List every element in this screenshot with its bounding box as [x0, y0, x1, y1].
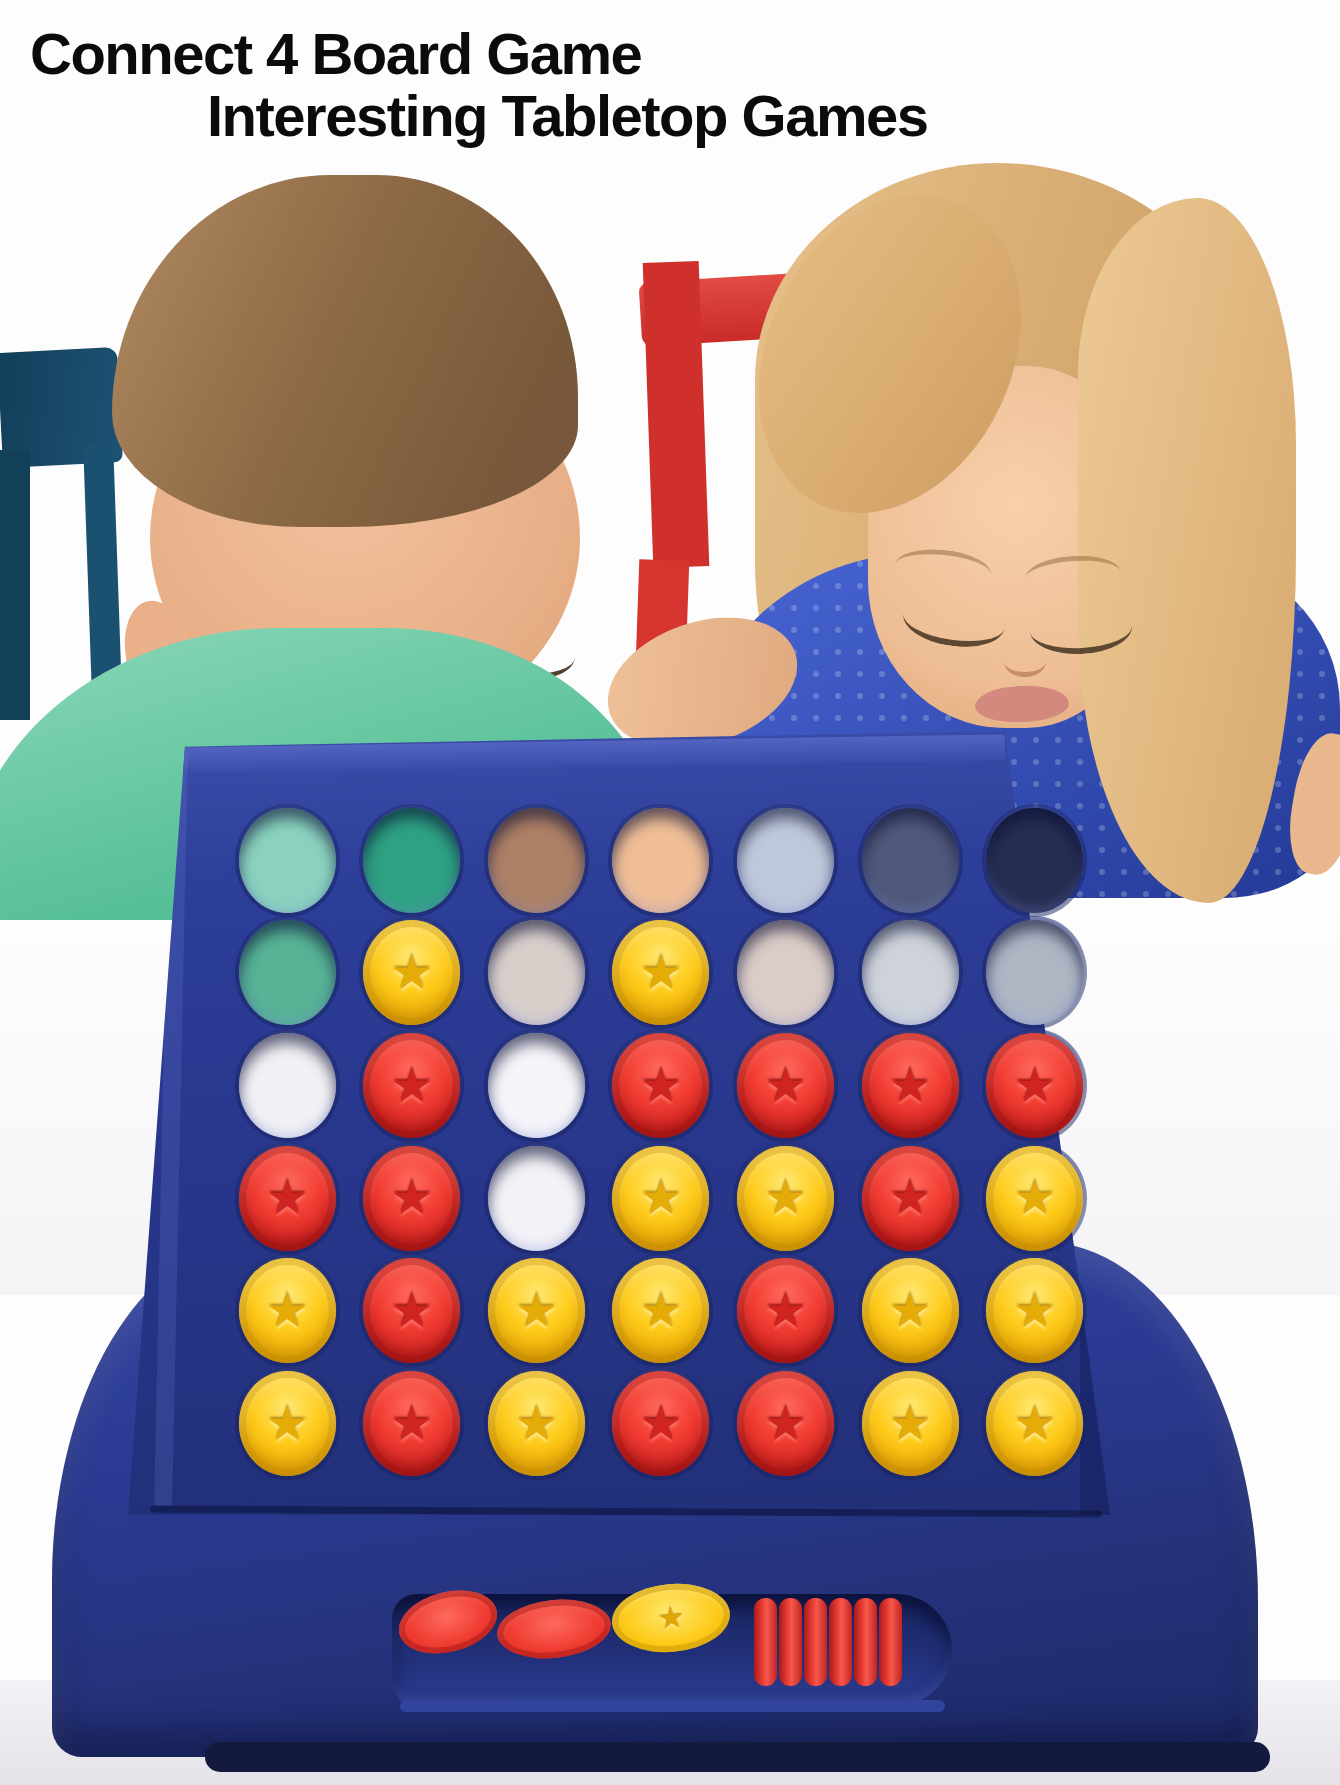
- hole: [239, 808, 336, 913]
- hole: [488, 1146, 585, 1251]
- girl-hair-front: [1078, 198, 1296, 903]
- yellow-piece: ★: [239, 1258, 336, 1363]
- cell-r2c1[interactable]: [225, 917, 350, 1030]
- star-emboss: ★: [1013, 1400, 1056, 1448]
- hole: ★: [986, 1371, 1083, 1476]
- cell-r3c2[interactable]: ★: [350, 1029, 475, 1142]
- red-piece: ★: [612, 1033, 709, 1138]
- cell-r6c7[interactable]: ★: [972, 1367, 1097, 1480]
- cell-r6c1[interactable]: ★: [225, 1367, 350, 1480]
- hole: ★: [363, 1033, 460, 1138]
- hole: ★: [862, 1258, 959, 1363]
- red-piece: ★: [363, 1258, 460, 1363]
- hole: ★: [363, 1146, 460, 1251]
- boy-hair: [112, 175, 578, 527]
- tray-red-disc-stack[interactable]: [754, 1598, 910, 1686]
- cell-r3c4[interactable]: ★: [599, 1029, 724, 1142]
- star-emboss: ★: [764, 1174, 807, 1222]
- girl-nose: [1004, 646, 1046, 677]
- hole: [862, 808, 959, 913]
- cell-r6c2[interactable]: ★: [350, 1367, 475, 1480]
- yellow-piece: ★: [488, 1371, 585, 1476]
- hole: [363, 808, 460, 913]
- star-emboss: ★: [266, 1287, 309, 1335]
- red-chair-post: [643, 261, 710, 568]
- yellow-piece: ★: [737, 1146, 834, 1251]
- photo-scene: Connect 4 Board Game Interesting Tableto…: [0, 0, 1340, 1785]
- red-piece: ★: [363, 1371, 460, 1476]
- hole: ★: [239, 1146, 336, 1251]
- cell-r2c2[interactable]: ★: [350, 917, 475, 1030]
- red-piece: ★: [612, 1371, 709, 1476]
- star-emboss: ★: [656, 1602, 685, 1634]
- red-piece: ★: [862, 1033, 959, 1138]
- cell-r2c4[interactable]: ★: [599, 917, 724, 1030]
- cell-r6c4[interactable]: ★: [599, 1367, 724, 1480]
- yellow-piece: ★: [862, 1258, 959, 1363]
- cell-r3c6[interactable]: ★: [848, 1029, 973, 1142]
- hole: ★: [612, 1371, 709, 1476]
- hole: ★: [488, 1371, 585, 1476]
- star-emboss: ★: [639, 1174, 682, 1222]
- hole: ★: [612, 1258, 709, 1363]
- star-emboss: ★: [390, 1287, 433, 1335]
- cell-r5c6[interactable]: ★: [848, 1255, 973, 1368]
- cell-r4c5[interactable]: ★: [723, 1142, 848, 1255]
- board-base-foot: [205, 1742, 1270, 1772]
- cell-r4c1[interactable]: ★: [225, 1142, 350, 1255]
- star-emboss: ★: [266, 1400, 309, 1448]
- hole: [986, 808, 1083, 913]
- cell-r1c1[interactable]: [225, 804, 350, 917]
- star-emboss: ★: [390, 1062, 433, 1110]
- star-emboss: ★: [266, 1174, 309, 1222]
- yellow-piece: ★: [986, 1371, 1083, 1476]
- hole: ★: [986, 1146, 1083, 1251]
- hole: [862, 920, 959, 1025]
- hole: [737, 808, 834, 913]
- yellow-piece: ★: [612, 1258, 709, 1363]
- cell-r5c5[interactable]: ★: [723, 1255, 848, 1368]
- cell-r5c3[interactable]: ★: [474, 1255, 599, 1368]
- page-subtitle: Interesting Tabletop Games: [207, 82, 928, 149]
- hole: ★: [737, 1258, 834, 1363]
- red-piece: ★: [239, 1146, 336, 1251]
- standing-red-disc: [854, 1598, 877, 1686]
- hole: [239, 920, 336, 1025]
- cell-r3c7[interactable]: ★: [972, 1029, 1097, 1142]
- star-emboss: ★: [1013, 1062, 1056, 1110]
- cell-r1c6[interactable]: [848, 804, 973, 917]
- star-emboss: ★: [889, 1400, 932, 1448]
- cell-r1c2[interactable]: [350, 804, 475, 917]
- star-emboss: ★: [390, 949, 433, 997]
- hole: ★: [363, 1258, 460, 1363]
- red-piece: ★: [363, 1033, 460, 1138]
- page-title: Connect 4 Board Game: [30, 20, 641, 87]
- hole: ★: [612, 920, 709, 1025]
- cell-r1c4[interactable]: [599, 804, 724, 917]
- hole: ★: [363, 920, 460, 1025]
- hole: [737, 920, 834, 1025]
- hole: ★: [363, 1371, 460, 1476]
- red-piece: ★: [986, 1033, 1083, 1138]
- hole: ★: [488, 1258, 585, 1363]
- star-emboss: ★: [764, 1400, 807, 1448]
- standing-red-disc: [879, 1598, 902, 1686]
- star-emboss: ★: [764, 1287, 807, 1335]
- star-emboss: ★: [390, 1400, 433, 1448]
- cell-r4c7[interactable]: ★: [972, 1142, 1097, 1255]
- hole: ★: [737, 1033, 834, 1138]
- star-emboss: ★: [639, 1287, 682, 1335]
- yellow-piece: ★: [239, 1371, 336, 1476]
- cell-r5c4[interactable]: ★: [599, 1255, 724, 1368]
- hole: ★: [612, 1146, 709, 1251]
- star-emboss: ★: [764, 1062, 807, 1110]
- red-piece: ★: [737, 1258, 834, 1363]
- hole: [488, 920, 585, 1025]
- hole: [239, 1033, 336, 1138]
- star-emboss: ★: [889, 1287, 932, 1335]
- cell-r4c2[interactable]: ★: [350, 1142, 475, 1255]
- red-piece: ★: [862, 1146, 959, 1251]
- red-piece: ★: [737, 1371, 834, 1476]
- cell-r3c1[interactable]: [225, 1029, 350, 1142]
- hole: [488, 1033, 585, 1138]
- cell-r1c3[interactable]: [474, 804, 599, 917]
- yellow-piece: ★: [488, 1258, 585, 1363]
- cell-r6c3[interactable]: ★: [474, 1367, 599, 1480]
- cell-r5c7[interactable]: ★: [972, 1255, 1097, 1368]
- star-emboss: ★: [639, 1400, 682, 1448]
- teal-chair-rail-left: [0, 450, 30, 720]
- standing-red-disc: [804, 1598, 827, 1686]
- hole: [612, 808, 709, 913]
- hole: ★: [239, 1258, 336, 1363]
- yellow-piece: ★: [612, 920, 709, 1025]
- cell-r5c1[interactable]: ★: [225, 1255, 350, 1368]
- cell-r2c3[interactable]: [474, 917, 599, 1030]
- star-emboss: ★: [889, 1174, 932, 1222]
- cell-r2c6[interactable]: [848, 917, 973, 1030]
- cell-r6c5[interactable]: ★: [723, 1367, 848, 1480]
- hole: ★: [986, 1258, 1083, 1363]
- cell-r3c3[interactable]: [474, 1029, 599, 1142]
- star-emboss: ★: [1013, 1287, 1056, 1335]
- cell-r4c3[interactable]: [474, 1142, 599, 1255]
- star-emboss: ★: [889, 1062, 932, 1110]
- red-piece: ★: [737, 1033, 834, 1138]
- hole: ★: [862, 1146, 959, 1251]
- yellow-piece: ★: [986, 1258, 1083, 1363]
- yellow-piece: ★: [986, 1146, 1083, 1251]
- piece-tray-lip: [400, 1700, 945, 1712]
- star-emboss: ★: [515, 1400, 558, 1448]
- connect4-board: ★★★★★★★★★★★★★★★★★★★★★★★★★★★: [225, 804, 1097, 1480]
- hole: ★: [239, 1371, 336, 1476]
- cell-r1c7[interactable]: [972, 804, 1097, 917]
- star-emboss: ★: [639, 1062, 682, 1110]
- hole: ★: [612, 1033, 709, 1138]
- hole: ★: [737, 1371, 834, 1476]
- standing-red-disc: [829, 1598, 852, 1686]
- cell-r3c5[interactable]: ★: [723, 1029, 848, 1142]
- standing-red-disc: [754, 1598, 777, 1686]
- star-emboss: ★: [639, 949, 682, 997]
- cell-r4c6[interactable]: ★: [848, 1142, 973, 1255]
- star-emboss: ★: [515, 1287, 558, 1335]
- cell-r5c2[interactable]: ★: [350, 1255, 475, 1368]
- standing-red-disc: [779, 1598, 802, 1686]
- hole: [986, 920, 1083, 1025]
- hole: ★: [986, 1033, 1083, 1138]
- yellow-piece: ★: [862, 1371, 959, 1476]
- cell-r1c5[interactable]: [723, 804, 848, 917]
- cell-r6c6[interactable]: ★: [848, 1367, 973, 1480]
- yellow-piece: ★: [363, 920, 460, 1025]
- hole: ★: [862, 1033, 959, 1138]
- star-emboss: ★: [1013, 1174, 1056, 1222]
- hole: ★: [737, 1146, 834, 1251]
- yellow-piece: ★: [612, 1146, 709, 1251]
- hole: ★: [862, 1371, 959, 1476]
- red-piece: ★: [363, 1146, 460, 1251]
- cell-r2c7[interactable]: [972, 917, 1097, 1030]
- cell-r4c4[interactable]: ★: [599, 1142, 724, 1255]
- star-emboss: ★: [390, 1174, 433, 1222]
- hole: [488, 808, 585, 913]
- cell-r2c5[interactable]: [723, 917, 848, 1030]
